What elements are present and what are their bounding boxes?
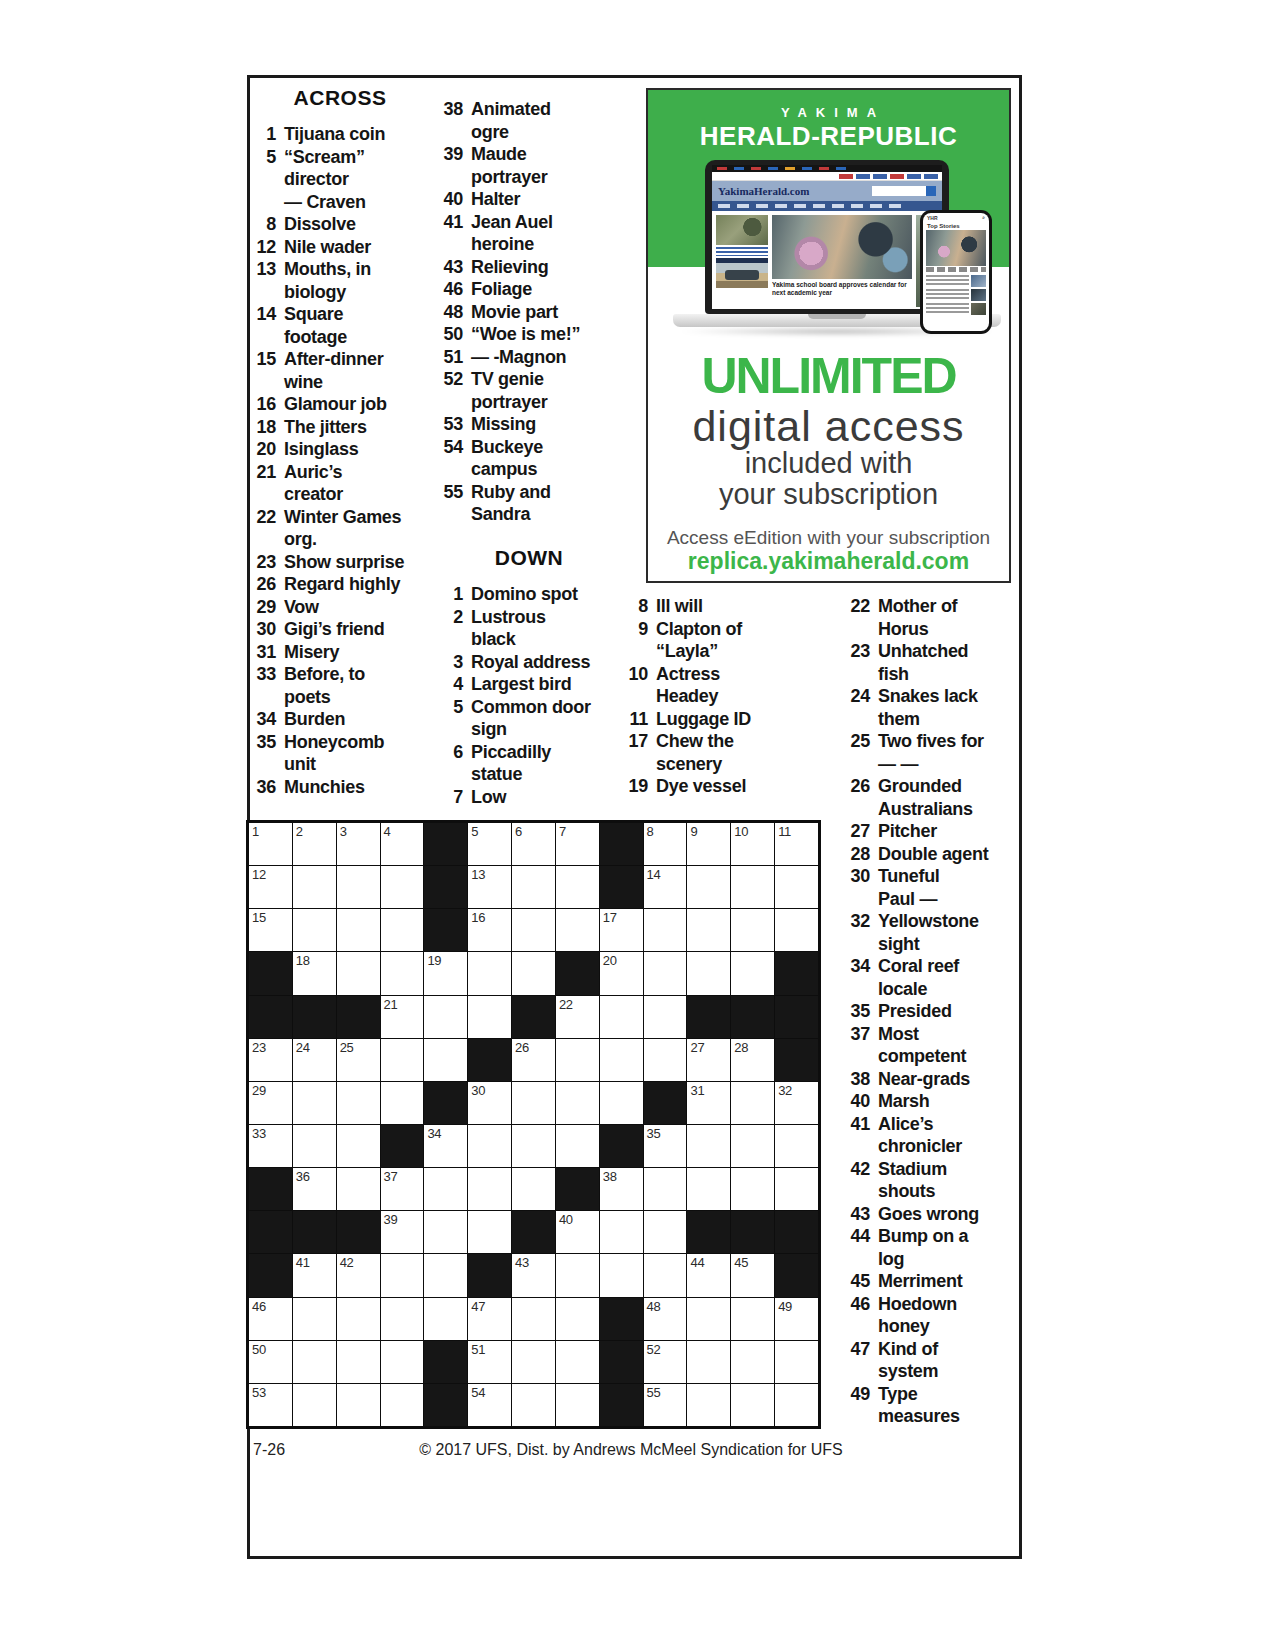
laptop-illustration: YakimaHerald.com Yakima school board app… — [705, 160, 949, 314]
black-cell — [337, 996, 380, 1038]
grid-cell[interactable] — [468, 1211, 511, 1253]
black-cell — [512, 996, 555, 1038]
grid-cell[interactable] — [731, 909, 774, 951]
clue-text: measures — [878, 1405, 960, 1428]
cell-number: 51 — [471, 1342, 485, 1357]
clue-line: shouts — [839, 1180, 1015, 1203]
grid-cell[interactable]: 49 — [775, 1298, 818, 1340]
grid-cell[interactable]: 43 — [512, 1254, 555, 1296]
grid-cell[interactable] — [731, 1125, 774, 1167]
black-cell — [556, 1168, 599, 1210]
cell-number: 40 — [559, 1212, 573, 1227]
clue-line: 5Common door — [436, 696, 622, 719]
grid-cell[interactable] — [293, 1341, 336, 1383]
grid-cell[interactable] — [775, 1125, 818, 1167]
grid-cell[interactable] — [644, 1211, 687, 1253]
cell-number: 4 — [384, 824, 391, 839]
ad-replica-url[interactable]: replica.yakimaherald.com — [648, 548, 1009, 575]
grid-cell[interactable] — [337, 1341, 380, 1383]
clue-line: 28Double agent — [839, 843, 1015, 866]
cell-number: 34 — [427, 1126, 441, 1141]
clue-text: Type — [878, 1383, 917, 1406]
grid-cell[interactable]: 3 — [337, 823, 380, 865]
grid-cell[interactable] — [337, 1168, 380, 1210]
clue-line: sign — [436, 718, 622, 741]
grid-cell[interactable] — [687, 1168, 730, 1210]
clue-number: 12 — [249, 236, 276, 259]
clue-line: 3Royal address — [436, 651, 622, 674]
clue-number: 7 — [436, 786, 463, 809]
grid-cell[interactable] — [512, 952, 555, 994]
search-input[interactable] — [872, 186, 936, 196]
grid-cell[interactable] — [600, 1039, 643, 1081]
cell-number: 42 — [340, 1255, 354, 1270]
clue-number: 41 — [839, 1113, 870, 1136]
clue-number: 15 — [249, 348, 276, 371]
cell-number: 16 — [471, 910, 485, 925]
grid-cell[interactable]: 38 — [600, 1168, 643, 1210]
clue-text: The jitters — [284, 416, 367, 439]
phone-main-photo — [926, 230, 986, 266]
grid-cell[interactable] — [775, 909, 818, 951]
grid-cell[interactable] — [556, 1082, 599, 1124]
clue-number: 50 — [436, 323, 463, 346]
grid-cell[interactable]: 31 — [687, 1082, 730, 1124]
cell-number: 11 — [778, 824, 791, 839]
grid-cell[interactable] — [512, 1384, 555, 1426]
grid-cell[interactable] — [556, 1298, 599, 1340]
cell-number: 18 — [296, 953, 310, 968]
grid-cell[interactable]: 24 — [293, 1039, 336, 1081]
grid-cell[interactable] — [381, 1254, 424, 1296]
clue-line: portrayer — [436, 166, 622, 189]
grid-cell[interactable]: 26 — [512, 1039, 555, 1081]
clue-text: Headey — [656, 685, 718, 708]
clue-line: 26Grounded — [839, 775, 1015, 798]
grid-cell[interactable] — [381, 952, 424, 994]
clue-text: locale — [878, 978, 927, 1001]
clue-number: 48 — [436, 301, 463, 324]
cell-number: 26 — [515, 1040, 529, 1055]
grid-cell[interactable] — [337, 866, 380, 908]
clue-text: portrayer — [471, 391, 547, 414]
ad-subheadline: digital access — [648, 402, 1009, 451]
clue-number: 52 — [436, 368, 463, 391]
black-cell — [249, 952, 292, 994]
grid-cell[interactable]: 48 — [644, 1298, 687, 1340]
clue-line: 31Misery — [249, 641, 431, 664]
clue-text: “Layla” — [656, 640, 718, 663]
grid-cell[interactable] — [424, 1039, 467, 1081]
grid-cell[interactable] — [644, 996, 687, 1038]
black-cell — [775, 1211, 818, 1253]
clue-line: statue — [436, 763, 622, 786]
black-cell — [249, 1254, 292, 1296]
clue-text: Foliage — [471, 278, 532, 301]
grid-cell[interactable] — [775, 866, 818, 908]
grid-cell[interactable] — [381, 866, 424, 908]
grid-cell[interactable] — [731, 1341, 774, 1383]
clue-number: 40 — [436, 188, 463, 211]
clue-text: Square — [284, 303, 343, 326]
clue-line: them — [839, 708, 1015, 731]
grid-cell[interactable] — [687, 1298, 730, 1340]
grid-cell[interactable] — [337, 909, 380, 951]
black-cell — [468, 1254, 511, 1296]
grid-cell[interactable] — [293, 909, 336, 951]
clue-text: black — [471, 628, 516, 651]
clue-text: wine — [284, 371, 323, 394]
clue-number: 30 — [839, 865, 870, 888]
clue-text: Unhatched — [878, 640, 968, 663]
cell-number: 46 — [252, 1299, 266, 1314]
clue-number: 22 — [249, 506, 276, 529]
clue-text: Near-grads — [878, 1068, 970, 1091]
grid-cell[interactable]: 22 — [556, 996, 599, 1038]
grid-cell[interactable]: 42 — [337, 1254, 380, 1296]
grid-cell[interactable] — [381, 1039, 424, 1081]
grid-cell[interactable] — [600, 1211, 643, 1253]
grid-cell[interactable] — [731, 866, 774, 908]
clue-line: campus — [436, 458, 622, 481]
grid-cell[interactable]: 36 — [293, 1168, 336, 1210]
grid-cell[interactable]: 29 — [249, 1082, 292, 1124]
grid-cell[interactable] — [687, 952, 730, 994]
clue-line: 22Mother of — [839, 595, 1015, 618]
main-article-column: Yakima school board approves calendar fo… — [772, 215, 912, 307]
clue-text: Hoedown — [878, 1293, 957, 1316]
grid-cell[interactable] — [381, 1082, 424, 1124]
cell-number: 54 — [471, 1385, 485, 1400]
grid-cell[interactable] — [556, 1125, 599, 1167]
cell-number: 22 — [559, 997, 573, 1012]
clue-text: campus — [471, 458, 537, 481]
grid-cell[interactable]: 10 — [731, 823, 774, 865]
clue-text: fish — [878, 663, 909, 686]
clue-text: Nile wader — [284, 236, 371, 259]
clue-line: 8Dissolve — [249, 213, 431, 236]
phone-section-title: Top Stories — [923, 222, 989, 230]
article-photo-1 — [716, 215, 768, 245]
grid-cell[interactable] — [337, 1384, 380, 1426]
clue-text: Actress — [656, 663, 720, 686]
clue-number: 31 — [249, 641, 276, 664]
grid-cell[interactable] — [293, 1082, 336, 1124]
clue-number: 20 — [249, 438, 276, 461]
clue-number: 49 — [839, 1383, 870, 1406]
grid-cell[interactable]: 45 — [731, 1254, 774, 1296]
clue-line: 10Actress — [621, 663, 796, 686]
grid-cell[interactable] — [600, 1254, 643, 1296]
black-cell — [600, 1125, 643, 1167]
black-cell — [687, 1211, 730, 1253]
clue-line: 14Square — [249, 303, 431, 326]
clue-text: Pitcher — [878, 820, 937, 843]
grid-cell[interactable]: 13 — [468, 866, 511, 908]
clue-line: 53Missing — [436, 413, 622, 436]
grid-cell[interactable] — [556, 1254, 599, 1296]
grid-cell[interactable] — [293, 1384, 336, 1426]
clue-text: log — [878, 1248, 904, 1271]
grid-cell[interactable] — [731, 952, 774, 994]
clue-text: Domino spot — [471, 583, 578, 606]
clue-text: ogre — [471, 121, 509, 144]
grid-cell[interactable]: 1 — [249, 823, 292, 865]
grid-cell[interactable] — [644, 952, 687, 994]
grid-cell[interactable] — [512, 1082, 555, 1124]
clue-text: Grounded — [878, 775, 962, 798]
clue-text: — -Magnon — [471, 346, 566, 369]
clue-line: 46Hoedown — [839, 1293, 1015, 1316]
grid-cell[interactable]: 21 — [381, 996, 424, 1038]
website-navbar — [712, 201, 942, 211]
clue-line: 6Piccadilly — [436, 741, 622, 764]
clue-number: 43 — [839, 1203, 870, 1226]
grid-cell[interactable]: 6 — [512, 823, 555, 865]
grid-cell[interactable] — [687, 1125, 730, 1167]
clue-line: 15After-dinner — [249, 348, 431, 371]
grid-cell[interactable] — [512, 1168, 555, 1210]
ad-brand-herald-republic: HERALD-REPUBLIC — [648, 121, 1009, 152]
grid-cell[interactable]: 35 — [644, 1125, 687, 1167]
clue-text: director — [284, 168, 349, 191]
cell-number: 45 — [734, 1255, 748, 1270]
website-logo: YakimaHerald.com — [718, 185, 809, 197]
cell-number: 12 — [252, 867, 266, 882]
clue-line: 12Nile wader — [249, 236, 431, 259]
grid-cell[interactable] — [775, 1384, 818, 1426]
clue-text: Low — [471, 786, 506, 809]
grid-cell[interactable]: 2 — [293, 823, 336, 865]
grid-cell[interactable] — [512, 1298, 555, 1340]
cell-number: 20 — [603, 953, 617, 968]
grid-cell[interactable] — [731, 1298, 774, 1340]
black-cell — [424, 909, 467, 951]
grid-cell[interactable]: 23 — [249, 1039, 292, 1081]
grid-cell[interactable] — [731, 1384, 774, 1426]
grid-cell[interactable] — [644, 909, 687, 951]
grid-cell[interactable]: 51 — [468, 1341, 511, 1383]
clue-line: 1Tijuana coin — [249, 123, 431, 146]
grid-cell[interactable]: 7 — [556, 823, 599, 865]
grid-cell[interactable]: 4 — [381, 823, 424, 865]
grid-cell[interactable]: 41 — [293, 1254, 336, 1296]
grid-cell[interactable] — [293, 1125, 336, 1167]
grid-cell[interactable] — [556, 866, 599, 908]
grid-cell[interactable] — [468, 996, 511, 1038]
grid-cell[interactable] — [775, 1168, 818, 1210]
clue-number: 45 — [839, 1270, 870, 1293]
grid-cell[interactable] — [424, 996, 467, 1038]
clue-line: 19Dye vessel — [621, 775, 796, 798]
clue-text: chronicler — [878, 1135, 962, 1158]
clue-line: unit — [249, 753, 431, 776]
clue-line: chronicler — [839, 1135, 1015, 1158]
left-article-column — [716, 215, 768, 307]
grid-cell[interactable] — [424, 1298, 467, 1340]
grid-cell[interactable]: 52 — [644, 1341, 687, 1383]
grid-cell[interactable]: 50 — [249, 1341, 292, 1383]
clue-number: 28 — [839, 843, 870, 866]
grid-cell[interactable]: 55 — [644, 1384, 687, 1426]
grid-cell[interactable] — [337, 1125, 380, 1167]
grid-cell[interactable]: 46 — [249, 1298, 292, 1340]
clue-number: 41 — [436, 211, 463, 234]
grid-cell[interactable]: 27 — [687, 1039, 730, 1081]
cell-number: 21 — [384, 997, 398, 1012]
grid-cell[interactable] — [468, 1168, 511, 1210]
clue-number: 38 — [436, 98, 463, 121]
crossword-grid: 1234567891011121314151617181920212223242… — [246, 820, 821, 1429]
grid-cell[interactable]: 30 — [468, 1082, 511, 1124]
grid-cell[interactable] — [381, 1384, 424, 1426]
clue-text: footage — [284, 326, 347, 349]
grid-cell[interactable] — [556, 1384, 599, 1426]
grid-cell[interactable]: 54 — [468, 1384, 511, 1426]
clue-line: 37Most — [839, 1023, 1015, 1046]
clue-text: Stadium — [878, 1158, 947, 1181]
clue-number: 46 — [436, 278, 463, 301]
clue-number: 22 — [839, 595, 870, 618]
clue-text: sign — [471, 718, 507, 741]
clue-text: Tijuana coin — [284, 123, 385, 146]
grid-cell[interactable] — [381, 1298, 424, 1340]
clue-text: Animated — [471, 98, 551, 121]
across-header: ACROSS — [249, 86, 431, 110]
grid-cell[interactable] — [468, 1125, 511, 1167]
clue-text: “Woe is me!” — [471, 323, 580, 346]
grid-cell[interactable] — [644, 1168, 687, 1210]
clue-text: Buckeye — [471, 436, 543, 459]
grid-cell[interactable] — [337, 952, 380, 994]
grid-cell[interactable] — [337, 1298, 380, 1340]
grid-cell[interactable]: 19 — [424, 952, 467, 994]
grid-cell[interactable]: 15 — [249, 909, 292, 951]
grid-cell[interactable] — [600, 1082, 643, 1124]
clue-text: Paul — — [878, 888, 937, 911]
grid-cell[interactable]: 8 — [644, 823, 687, 865]
grid-cell[interactable] — [775, 1341, 818, 1383]
grid-cell[interactable]: 33 — [249, 1125, 292, 1167]
grid-cell[interactable] — [731, 1082, 774, 1124]
grid-cell[interactable]: 39 — [381, 1211, 424, 1253]
grid-cell[interactable] — [293, 866, 336, 908]
grid-cell[interactable]: 9 — [687, 823, 730, 865]
grid-cell[interactable] — [512, 909, 555, 951]
black-cell — [600, 1384, 643, 1426]
grid-cell[interactable]: 53 — [249, 1384, 292, 1426]
grid-cell[interactable] — [687, 1341, 730, 1383]
clue-line: 46Foliage — [436, 278, 622, 301]
grid-cell[interactable] — [731, 1168, 774, 1210]
grid-cell[interactable]: 11 — [775, 823, 818, 865]
clue-text: “Scream” — [284, 146, 365, 169]
grid-cell[interactable] — [556, 909, 599, 951]
clue-number: 38 — [839, 1068, 870, 1091]
grid-cell[interactable] — [556, 1341, 599, 1383]
grid-cell[interactable]: 16 — [468, 909, 511, 951]
clue-text: Royal address — [471, 651, 590, 674]
grid-cell[interactable]: 44 — [687, 1254, 730, 1296]
grid-cell[interactable]: 17 — [600, 909, 643, 951]
clue-line: poets — [249, 686, 431, 709]
grid-cell[interactable]: 12 — [249, 866, 292, 908]
article-photo-2 — [716, 258, 768, 288]
grid-cell[interactable]: 37 — [381, 1168, 424, 1210]
grid-cell[interactable] — [337, 1082, 380, 1124]
clue-text: Auric’s — [284, 461, 342, 484]
clue-line: Sandra — [436, 503, 622, 526]
grid-cell[interactable] — [687, 909, 730, 951]
clue-text: Merriment — [878, 1270, 962, 1293]
cell-number: 28 — [734, 1040, 748, 1055]
cell-number: 37 — [384, 1169, 398, 1184]
clue-text: poets — [284, 686, 331, 709]
clue-number: 46 — [839, 1293, 870, 1316]
grid-cell[interactable] — [644, 1254, 687, 1296]
grid-cell[interactable] — [381, 1341, 424, 1383]
clue-number: 35 — [249, 731, 276, 754]
clue-text: Ill will — [656, 595, 703, 618]
grid-cell[interactable] — [468, 952, 511, 994]
grid-cell[interactable]: 28 — [731, 1039, 774, 1081]
grid-cell[interactable]: 25 — [337, 1039, 380, 1081]
grid-cell[interactable] — [512, 866, 555, 908]
grid-cell[interactable]: 5 — [468, 823, 511, 865]
grid-cell[interactable]: 20 — [600, 952, 643, 994]
clue-line: 25Two fives for — [839, 730, 1015, 753]
cell-number: 32 — [778, 1083, 792, 1098]
clue-line: 20Isinglass — [249, 438, 431, 461]
search-button[interactable] — [926, 186, 936, 196]
phone-thumb-1 — [971, 275, 986, 287]
clue-line: competent — [839, 1045, 1015, 1068]
clue-number: 1 — [436, 583, 463, 606]
grid-cell[interactable] — [556, 1039, 599, 1081]
clue-text: Winter Games — [284, 506, 401, 529]
clue-number: 21 — [249, 461, 276, 484]
clue-number: 32 — [839, 910, 870, 933]
grid-cell[interactable]: 47 — [468, 1298, 511, 1340]
black-cell — [512, 1211, 555, 1253]
grid-cell[interactable] — [687, 866, 730, 908]
clue-line: 44Bump on a — [839, 1225, 1015, 1248]
grid-cell[interactable] — [644, 1039, 687, 1081]
grid-cell[interactable] — [424, 1254, 467, 1296]
clue-number: 26 — [249, 573, 276, 596]
grid-cell[interactable] — [512, 1125, 555, 1167]
clue-text: Tuneful — [878, 865, 940, 888]
clue-text: Regard highly — [284, 573, 400, 596]
grid-cell[interactable]: 32 — [775, 1082, 818, 1124]
grid-cell[interactable] — [600, 996, 643, 1038]
grid-cell[interactable]: 34 — [424, 1125, 467, 1167]
grid-cell[interactable] — [293, 1298, 336, 1340]
grid-cell[interactable]: 18 — [293, 952, 336, 994]
black-cell — [600, 1341, 643, 1383]
clue-line: black — [436, 628, 622, 651]
grid-cell[interactable]: 14 — [644, 866, 687, 908]
clue-number: 6 — [436, 741, 463, 764]
grid-cell[interactable] — [424, 1168, 467, 1210]
clue-text: Munchies — [284, 776, 365, 799]
clue-text: Jean Auel — [471, 211, 553, 234]
grid-cell[interactable] — [381, 909, 424, 951]
grid-cell[interactable] — [424, 1211, 467, 1253]
grid-cell[interactable] — [512, 1341, 555, 1383]
grid-cell[interactable]: 40 — [556, 1211, 599, 1253]
grid-cell[interactable] — [687, 1384, 730, 1426]
